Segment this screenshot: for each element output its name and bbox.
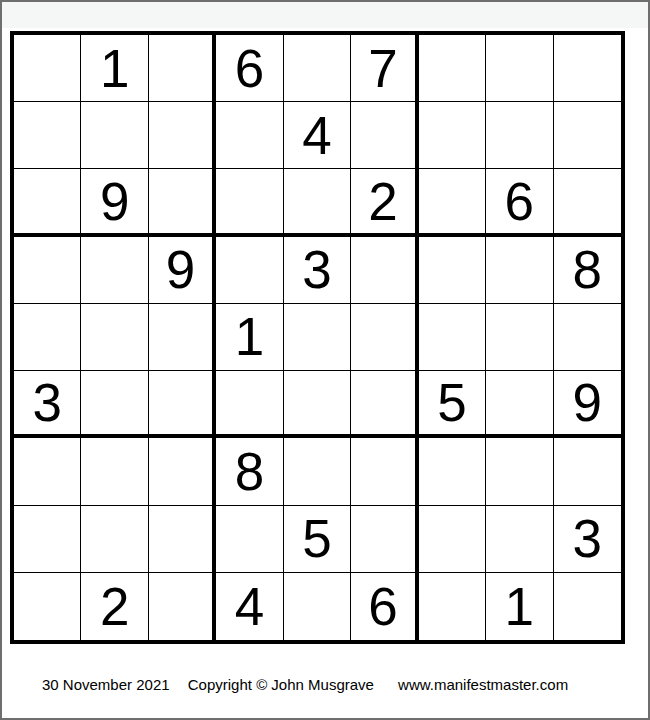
sudoku-cell-r7c8[interactable] (486, 438, 553, 505)
sudoku-cell-r6c3[interactable] (149, 371, 216, 438)
sudoku-cell-r6c5[interactable] (284, 371, 351, 438)
sudoku-cell-r5c9[interactable] (554, 304, 621, 371)
sudoku-cell-r7c2[interactable] (81, 438, 148, 505)
page: 167492693813598532461 30 November 2021 C… (0, 0, 650, 720)
sudoku-cell-r3c5[interactable] (284, 169, 351, 236)
sudoku-cell-r1c6: 7 (351, 35, 418, 102)
sudoku-cell-r9c1[interactable] (14, 573, 81, 640)
sudoku-cell-r4c5: 3 (284, 237, 351, 304)
sudoku-board: 167492693813598532461 (10, 31, 625, 644)
sudoku-cell-r7c5[interactable] (284, 438, 351, 505)
sudoku-cell-r6c9: 9 (554, 371, 621, 438)
sudoku-cell-r9c8: 1 (486, 573, 553, 640)
sudoku-cell-r2c9[interactable] (554, 102, 621, 169)
sudoku-cell-r3c4[interactable] (216, 169, 283, 236)
sudoku-cell-r1c4: 6 (216, 35, 283, 102)
sudoku-cell-r8c7[interactable] (419, 506, 486, 573)
sudoku-cell-r1c8[interactable] (486, 35, 553, 102)
sudoku-cell-r2c5: 4 (284, 102, 351, 169)
sudoku-cell-r8c6[interactable] (351, 506, 418, 573)
sudoku-cell-r6c7: 5 (419, 371, 486, 438)
sudoku-cell-r9c7[interactable] (419, 573, 486, 640)
sudoku-cell-r9c5[interactable] (284, 573, 351, 640)
sudoku-cell-r5c2[interactable] (81, 304, 148, 371)
sudoku-cell-r4c4[interactable] (216, 237, 283, 304)
sudoku-cell-r5c8[interactable] (486, 304, 553, 371)
sudoku-cell-r1c1[interactable] (14, 35, 81, 102)
sudoku-cell-r9c4: 4 (216, 573, 283, 640)
sudoku-cell-r6c6[interactable] (351, 371, 418, 438)
sudoku-cell-r6c8[interactable] (486, 371, 553, 438)
sudoku-cell-r2c7[interactable] (419, 102, 486, 169)
sudoku-cell-r3c8: 6 (486, 169, 553, 236)
sudoku-cell-r3c9[interactable] (554, 169, 621, 236)
sudoku-cell-r8c3[interactable] (149, 506, 216, 573)
footer-date: 30 November 2021 (42, 676, 170, 693)
sudoku-cell-r5c7[interactable] (419, 304, 486, 371)
sudoku-cell-r1c3[interactable] (149, 35, 216, 102)
sudoku-cell-r3c2: 9 (81, 169, 148, 236)
sudoku-cell-r5c1[interactable] (14, 304, 81, 371)
sudoku-cell-r6c2[interactable] (81, 371, 148, 438)
sudoku-cell-r5c4: 1 (216, 304, 283, 371)
sudoku-cell-r4c2[interactable] (81, 237, 148, 304)
sudoku-cell-r1c5[interactable] (284, 35, 351, 102)
sudoku-cell-r9c9[interactable] (554, 573, 621, 640)
sudoku-cell-r5c6[interactable] (351, 304, 418, 371)
footer-copyright: Copyright © John Musgrave (188, 676, 374, 693)
sudoku-cell-r8c5: 5 (284, 506, 351, 573)
sudoku-cell-r2c8[interactable] (486, 102, 553, 169)
footer: 30 November 2021 Copyright © John Musgra… (42, 676, 568, 693)
sudoku-cell-r7c6[interactable] (351, 438, 418, 505)
sudoku-cell-r4c3: 9 (149, 237, 216, 304)
sudoku-cell-r9c2: 2 (81, 573, 148, 640)
sudoku-cell-r7c1[interactable] (14, 438, 81, 505)
sudoku-cell-r5c5[interactable] (284, 304, 351, 371)
sudoku-cell-r4c8[interactable] (486, 237, 553, 304)
sudoku-cell-r6c4[interactable] (216, 371, 283, 438)
sudoku-cell-r4c1[interactable] (14, 237, 81, 304)
sudoku-cell-r7c7[interactable] (419, 438, 486, 505)
sudoku-cell-r9c6: 6 (351, 573, 418, 640)
sudoku-cell-r7c3[interactable] (149, 438, 216, 505)
sudoku-cell-r3c1[interactable] (14, 169, 81, 236)
sudoku-cell-r4c6[interactable] (351, 237, 418, 304)
footer-website: www.manifestmaster.com (398, 676, 568, 693)
sudoku-cell-r2c4[interactable] (216, 102, 283, 169)
sudoku-cell-r3c6: 2 (351, 169, 418, 236)
sudoku-cell-r1c7[interactable] (419, 35, 486, 102)
top-strip (2, 2, 648, 28)
sudoku-cell-r2c6[interactable] (351, 102, 418, 169)
sudoku-cell-r4c9: 8 (554, 237, 621, 304)
sudoku-cell-r7c4: 8 (216, 438, 283, 505)
sudoku-cell-r8c4[interactable] (216, 506, 283, 573)
sudoku-cell-r3c7[interactable] (419, 169, 486, 236)
sudoku-cell-r4c7[interactable] (419, 237, 486, 304)
sudoku-cell-r9c3[interactable] (149, 573, 216, 640)
sudoku-cell-r2c2[interactable] (81, 102, 148, 169)
sudoku-cell-r2c1[interactable] (14, 102, 81, 169)
sudoku-cell-r2c3[interactable] (149, 102, 216, 169)
sudoku-cell-r8c9: 3 (554, 506, 621, 573)
sudoku-cell-r7c9[interactable] (554, 438, 621, 505)
sudoku-cell-r5c3[interactable] (149, 304, 216, 371)
sudoku-cell-r8c1[interactable] (14, 506, 81, 573)
sudoku-cell-r1c2: 1 (81, 35, 148, 102)
sudoku-cell-r3c3[interactable] (149, 169, 216, 236)
sudoku-cell-r8c2[interactable] (81, 506, 148, 573)
sudoku-cell-r8c8[interactable] (486, 506, 553, 573)
sudoku-cell-r6c1: 3 (14, 371, 81, 438)
sudoku-cell-r1c9[interactable] (554, 35, 621, 102)
